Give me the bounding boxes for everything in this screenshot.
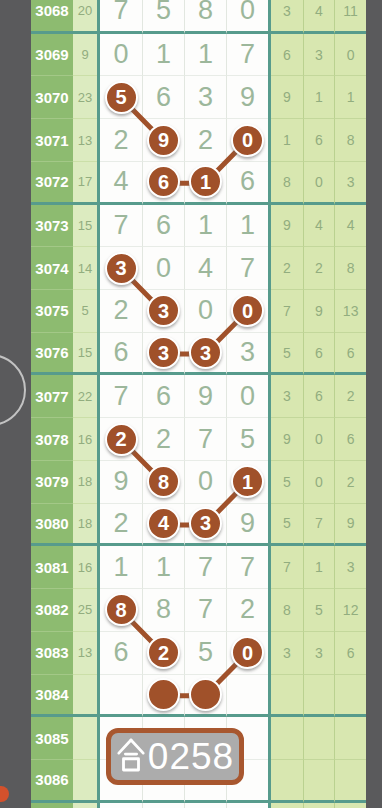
digit-cell: 7: [100, 205, 142, 248]
digit-cell: 6: [142, 76, 184, 119]
sum-cell: 16: [73, 418, 97, 461]
circled-digit: 3: [147, 294, 180, 327]
issue-number: 3082: [31, 589, 73, 632]
marked-dot: [189, 678, 222, 711]
digit-cell: 2: [100, 418, 142, 461]
plain-digit: 2: [156, 426, 171, 453]
circled-digit: 4: [147, 507, 180, 540]
plain-digit: 7: [240, 41, 255, 68]
digit-cell: 0: [142, 247, 184, 290]
stat-cell: [271, 760, 303, 803]
plain-digit: 7: [198, 426, 213, 453]
stat-cell: 9: [271, 205, 303, 248]
plain-digit: 9: [240, 510, 255, 537]
issue-number: 3086: [31, 760, 73, 803]
circled-digit: 8: [105, 593, 138, 626]
digit-cell: 6: [142, 162, 184, 205]
stat-cell: [271, 803, 303, 808]
plain-digit: 9: [198, 383, 213, 410]
digit-cell: 0: [226, 632, 268, 675]
stat-cell: 12: [334, 589, 366, 632]
digit-cell: 5: [142, 0, 184, 34]
digit-cell: [184, 803, 226, 808]
plain-digit: 3: [198, 84, 213, 111]
digit-cell: 6: [100, 333, 142, 376]
digit-cell: 5: [184, 632, 226, 675]
stat-cell: 6: [303, 333, 335, 376]
circled-digit: 2: [147, 636, 180, 669]
circled-digit: 1: [231, 465, 264, 498]
digit-cell: 3: [142, 333, 184, 376]
stat-cell: 5: [271, 333, 303, 376]
digit-cell: 6: [142, 375, 184, 418]
plain-digit: 9: [113, 468, 128, 495]
table-row: 3080182439579: [31, 504, 366, 547]
digit-cell: 3: [142, 290, 184, 333]
stat-cell: 9: [271, 418, 303, 461]
stat-cell: 3: [334, 546, 366, 589]
issue-number: 3080: [31, 504, 73, 547]
digit-cell: 1: [184, 34, 226, 77]
table-row: [31, 803, 366, 808]
table-row: 3078162275906: [31, 418, 366, 461]
digit-cell: 7: [100, 375, 142, 418]
digit-cell: 2: [100, 119, 142, 162]
circled-digit: 3: [189, 336, 222, 369]
digit-cell: [142, 675, 184, 718]
plain-digit: 7: [240, 255, 255, 282]
digit-cell: 1: [226, 461, 268, 504]
table-row: 3083136250336: [31, 632, 366, 675]
plain-digit: 2: [113, 127, 128, 154]
issue-number: 3070: [31, 76, 73, 119]
stat-cell: [334, 717, 366, 760]
stat-cell: 11: [334, 0, 366, 34]
digit-cell: 6: [100, 632, 142, 675]
plain-digit: 3: [240, 339, 255, 366]
digit-cell: 6: [142, 205, 184, 248]
stat-cell: 2: [303, 247, 335, 290]
plain-digit: 7: [240, 554, 255, 581]
digit-cell: 3: [184, 76, 226, 119]
sum-cell: 13: [73, 119, 97, 162]
issue-number: [31, 803, 73, 808]
issue-number: 3085: [31, 717, 73, 760]
digit-cell: 8: [142, 589, 184, 632]
digit-cell: 1: [226, 205, 268, 248]
issue-number: 3077: [31, 375, 73, 418]
plain-digit: 1: [198, 212, 213, 239]
issue-number: 3071: [31, 119, 73, 162]
sum-cell: [73, 803, 97, 808]
plain-digit: 8: [156, 596, 171, 623]
sum-cell: 23: [73, 76, 97, 119]
plain-digit: 6: [156, 212, 171, 239]
plain-digit: 6: [156, 84, 171, 111]
digit-cell: 1: [100, 546, 142, 589]
stat-cell: 1: [303, 546, 335, 589]
plain-digit: 7: [113, 212, 128, 239]
stat-cell: 6: [334, 333, 366, 376]
digit-cell: 0: [226, 290, 268, 333]
stat-cell: 1: [303, 76, 335, 119]
plain-digit: 0: [198, 297, 213, 324]
digit-cell: 3: [184, 504, 226, 547]
stat-cell: 7: [303, 504, 335, 547]
digit-cell: 3: [100, 247, 142, 290]
circled-digit: 9: [147, 124, 180, 157]
digit-cell: 2: [226, 589, 268, 632]
plain-digit: 6: [240, 168, 255, 195]
sum-cell: 17: [73, 162, 97, 205]
issue-number: 3083: [31, 632, 73, 675]
digit-cell: 2: [100, 504, 142, 547]
stat-cell: 4: [303, 205, 335, 248]
digit-cell: 0: [226, 375, 268, 418]
stat-cell: 3: [271, 0, 303, 34]
issue-number: 3072: [31, 162, 73, 205]
stat-cell: 8: [334, 119, 366, 162]
issue-number: 3078: [31, 418, 73, 461]
digit-cell: 7: [184, 418, 226, 461]
issue-number: 3069: [31, 34, 73, 77]
plain-digit: 9: [240, 84, 255, 111]
table-row: 3074143047228: [31, 247, 366, 290]
plain-digit: 2: [240, 596, 255, 623]
sum-cell: 18: [73, 461, 97, 504]
digit-cell: 1: [142, 546, 184, 589]
table-row: 30822588728512: [31, 589, 366, 632]
sum-cell: 9: [73, 34, 97, 77]
digit-cell: 2: [142, 418, 184, 461]
plain-digit: 1: [240, 212, 255, 239]
table-row: 3079189801502: [31, 461, 366, 504]
digit-cell: 8: [142, 461, 184, 504]
stat-cell: [303, 760, 335, 803]
digit-cell: 0: [226, 0, 268, 34]
stat-cell: [334, 675, 366, 718]
stat-cell: [303, 717, 335, 760]
table-row: 3073157611944: [31, 205, 366, 248]
digit-cell: [100, 675, 142, 718]
stat-cell: 6: [334, 632, 366, 675]
digit-cell: 9: [226, 504, 268, 547]
digit-cell: 7: [184, 589, 226, 632]
plain-digit: 1: [156, 554, 171, 581]
digit-cell: 2: [142, 632, 184, 675]
sum-cell: [73, 675, 97, 718]
plain-digit: 7: [198, 554, 213, 581]
plain-digit: 7: [198, 596, 213, 623]
plain-digit: 0: [198, 468, 213, 495]
sum-cell: 18: [73, 504, 97, 547]
digit-cell: 1: [142, 34, 184, 77]
marked-dot: [147, 678, 180, 711]
digit-cell: 9: [184, 375, 226, 418]
digit-cell: 0: [226, 119, 268, 162]
digit-cell: 0: [100, 34, 142, 77]
plain-digit: 6: [113, 639, 128, 666]
digit-cell: 2: [184, 119, 226, 162]
stat-cell: 6: [271, 34, 303, 77]
circled-digit: 3: [189, 507, 222, 540]
stat-cell: 3: [334, 162, 366, 205]
sum-cell: 14: [73, 247, 97, 290]
issue-number: 3074: [31, 247, 73, 290]
plain-digit: 2: [113, 297, 128, 324]
digit-cell: 1: [184, 162, 226, 205]
digit-cell: [226, 803, 268, 808]
stat-cell: 5: [271, 461, 303, 504]
stat-cell: [271, 675, 303, 718]
circled-digit: 2: [105, 423, 138, 456]
plain-digit: 1: [156, 41, 171, 68]
stat-cell: 6: [303, 119, 335, 162]
stat-cell: 3: [303, 34, 335, 77]
circled-digit: 6: [147, 165, 180, 198]
table-row: 3084: [31, 675, 366, 718]
stat-cell: 1: [271, 119, 303, 162]
table-row: 3075523007913: [31, 290, 366, 333]
stat-cell: 3: [303, 632, 335, 675]
digit-cell: [226, 675, 268, 718]
issue-number: 3079: [31, 461, 73, 504]
stat-cell: 0: [303, 162, 335, 205]
digit-cell: 4: [184, 247, 226, 290]
stat-cell: [303, 803, 335, 808]
stat-cell: 3: [271, 632, 303, 675]
stat-cell: 6: [303, 375, 335, 418]
stat-cell: 4: [334, 205, 366, 248]
stat-cell: 3: [271, 375, 303, 418]
issue-number: 3084: [31, 675, 73, 718]
he-character-glyph: [116, 737, 146, 777]
table-row: 3076156333566: [31, 333, 366, 376]
plain-digit: 4: [113, 168, 128, 195]
plain-digit: 1: [113, 554, 128, 581]
table-row: 3081161177713: [31, 546, 366, 589]
issue-number: 3081: [31, 546, 73, 589]
sum-cell: [73, 760, 97, 803]
table-row: 3070235639911: [31, 76, 366, 119]
sum-cell: 5: [73, 290, 97, 333]
digit-cell: 9: [226, 76, 268, 119]
sum-cell: 20: [73, 0, 97, 34]
table-row: 3071132920168: [31, 119, 366, 162]
sum-prediction-box: 0258: [106, 728, 244, 785]
digit-cell: 0: [184, 461, 226, 504]
stat-cell: 0: [334, 34, 366, 77]
digit-cell: 2: [100, 290, 142, 333]
plain-digit: 5: [240, 426, 255, 453]
plain-digit: 7: [113, 0, 128, 24]
stat-cell: [334, 803, 366, 808]
circled-digit: 0: [231, 124, 264, 157]
issue-number: 3075: [31, 290, 73, 333]
digit-cell: 7: [226, 247, 268, 290]
plain-digit: 0: [156, 255, 171, 282]
stat-cell: 2: [334, 461, 366, 504]
digit-cell: 9: [100, 461, 142, 504]
stat-cell: 7: [271, 546, 303, 589]
plain-digit: 5: [198, 639, 213, 666]
stat-cell: 2: [334, 375, 366, 418]
stat-cell: 9: [334, 504, 366, 547]
lottery-trend-screen: 3068207580341130699011763030702356399113…: [0, 0, 382, 808]
digit-cell: 9: [142, 119, 184, 162]
digit-cell: 3: [184, 333, 226, 376]
stat-cell: [271, 717, 303, 760]
digit-cell: 5: [100, 76, 142, 119]
digit-cell: 8: [100, 589, 142, 632]
plain-digit: 5: [156, 0, 171, 24]
digit-cell: [184, 675, 226, 718]
sum-cell: 15: [73, 205, 97, 248]
plain-digit: 0: [240, 383, 255, 410]
digit-cell: 4: [142, 504, 184, 547]
plain-digit: 2: [113, 510, 128, 537]
trend-table: 3068207580341130699011763030702356399113…: [31, 0, 366, 808]
sum-cell: 22: [73, 375, 97, 418]
digit-cell: 7: [100, 0, 142, 34]
plain-digit: 0: [240, 0, 255, 24]
digit-cell: 1: [184, 205, 226, 248]
issue-number: 3068: [31, 0, 73, 34]
issue-number: 3073: [31, 205, 73, 248]
digit-cell: 8: [184, 0, 226, 34]
stat-cell: [303, 675, 335, 718]
stat-cell: [334, 760, 366, 803]
table-row: 3072174616803: [31, 162, 366, 205]
red-dot-indicator: [0, 786, 9, 802]
stat-cell: 6: [334, 418, 366, 461]
sum-cell: 15: [73, 333, 97, 376]
stat-cell: 4: [303, 0, 335, 34]
digit-cell: 0: [184, 290, 226, 333]
stat-cell: 1: [334, 76, 366, 119]
sum-cell: 16: [73, 546, 97, 589]
digit-cell: [142, 803, 184, 808]
stat-cell: 7: [271, 290, 303, 333]
digit-cell: 5: [226, 418, 268, 461]
stat-cell: 0: [303, 418, 335, 461]
digit-cell: 7: [184, 546, 226, 589]
plain-digit: 1: [198, 41, 213, 68]
stat-cell: 0: [303, 461, 335, 504]
stat-cell: 2: [271, 247, 303, 290]
digit-cell: 7: [226, 34, 268, 77]
stat-cell: 5: [271, 504, 303, 547]
plain-digit: 4: [198, 255, 213, 282]
table-row: 3077227690362: [31, 375, 366, 418]
digit-cell: 4: [100, 162, 142, 205]
digit-cell: 3: [226, 333, 268, 376]
plain-digit: 8: [198, 0, 213, 24]
plain-digit: 2: [198, 127, 213, 154]
circled-digit: 8: [147, 465, 180, 498]
floating-handle[interactable]: [0, 354, 26, 426]
circled-digit: 0: [231, 294, 264, 327]
table-row: 306990117630: [31, 34, 366, 77]
circled-digit: 5: [105, 81, 138, 114]
stat-cell: 8: [334, 247, 366, 290]
digit-cell: 7: [226, 546, 268, 589]
stat-cell: 13: [334, 290, 366, 333]
plain-digit: 6: [113, 339, 128, 366]
digit-cell: 6: [226, 162, 268, 205]
circled-digit: 0: [231, 636, 264, 669]
sum-cell: [73, 717, 97, 760]
table-row: 30682075803411: [31, 0, 366, 34]
sum-cell: 13: [73, 632, 97, 675]
sum-cell: 25: [73, 589, 97, 632]
plain-digit: 0: [113, 41, 128, 68]
circled-digit: 3: [105, 252, 138, 285]
stat-cell: 9: [303, 290, 335, 333]
circled-digit: 3: [147, 336, 180, 369]
prediction-digits: 0258: [148, 738, 234, 775]
circled-digit: 1: [189, 165, 222, 198]
stat-cell: 9: [271, 76, 303, 119]
stat-cell: 8: [271, 589, 303, 632]
issue-number: 3076: [31, 333, 73, 376]
plain-digit: 7: [113, 383, 128, 410]
stat-cell: 8: [271, 162, 303, 205]
plain-digit: 6: [156, 383, 171, 410]
digit-cell: [100, 803, 142, 808]
stat-cell: 5: [303, 589, 335, 632]
